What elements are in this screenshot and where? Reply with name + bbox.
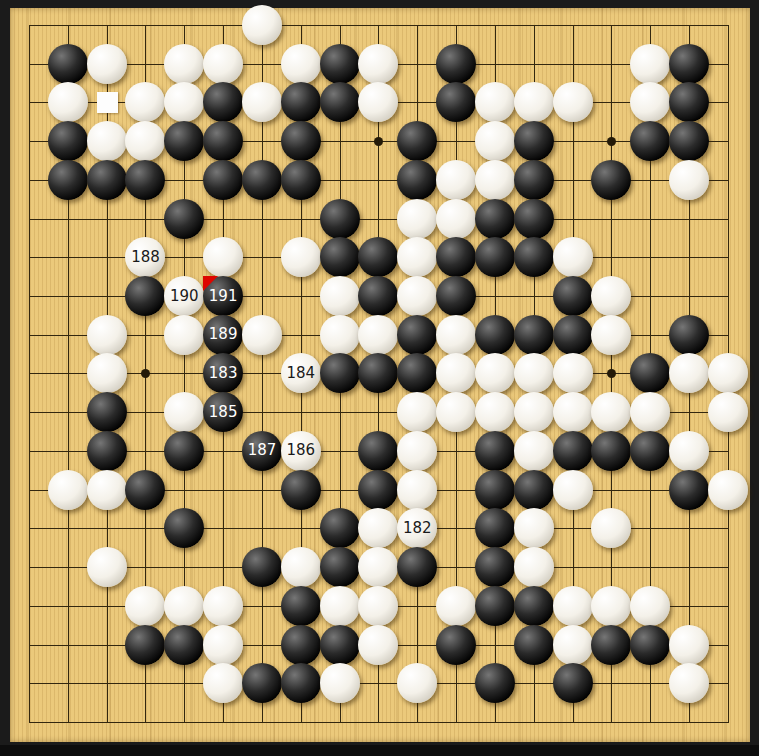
star-point xyxy=(374,137,383,146)
white-stone[interactable] xyxy=(553,392,593,432)
black-stone[interactable] xyxy=(320,237,360,277)
black-stone[interactable]: 187 xyxy=(242,431,282,471)
white-stone[interactable] xyxy=(397,199,437,239)
white-stone[interactable] xyxy=(203,586,243,626)
white-stone[interactable] xyxy=(397,392,437,432)
grid-line-horizontal xyxy=(29,683,729,684)
white-stone[interactable] xyxy=(553,470,593,510)
black-stone[interactable] xyxy=(397,315,437,355)
white-stone[interactable] xyxy=(436,392,476,432)
black-stone[interactable] xyxy=(281,663,321,703)
white-stone[interactable]: 182 xyxy=(397,508,437,548)
white-stone[interactable] xyxy=(87,547,127,587)
black-stone[interactable] xyxy=(553,663,593,703)
black-stone[interactable] xyxy=(164,431,204,471)
white-stone[interactable] xyxy=(397,431,437,471)
white-stone[interactable] xyxy=(358,547,398,587)
white-stone[interactable] xyxy=(164,315,204,355)
black-stone[interactable] xyxy=(669,82,709,122)
move-number-label: 185 xyxy=(209,405,238,420)
white-stone[interactable] xyxy=(514,431,554,471)
black-stone[interactable] xyxy=(125,470,165,510)
black-stone[interactable] xyxy=(48,44,88,84)
black-stone[interactable] xyxy=(320,508,360,548)
white-stone[interactable] xyxy=(203,625,243,665)
black-stone[interactable] xyxy=(514,160,554,200)
white-stone[interactable] xyxy=(164,44,204,84)
white-stone[interactable] xyxy=(514,547,554,587)
black-stone[interactable] xyxy=(164,199,204,239)
black-stone[interactable] xyxy=(553,431,593,471)
board-frame xyxy=(0,745,759,756)
white-stone[interactable] xyxy=(436,315,476,355)
black-stone[interactable] xyxy=(397,353,437,393)
white-stone[interactable] xyxy=(475,160,515,200)
white-stone[interactable] xyxy=(281,547,321,587)
black-stone[interactable] xyxy=(320,547,360,587)
white-stone[interactable] xyxy=(669,353,709,393)
white-stone[interactable] xyxy=(436,353,476,393)
black-stone[interactable] xyxy=(436,276,476,316)
white-stone[interactable] xyxy=(475,82,515,122)
black-stone[interactable] xyxy=(591,625,631,665)
black-stone[interactable] xyxy=(48,121,88,161)
black-stone[interactable] xyxy=(397,547,437,587)
white-stone[interactable] xyxy=(203,44,243,84)
black-stone[interactable] xyxy=(514,199,554,239)
white-stone[interactable] xyxy=(397,663,437,703)
black-stone[interactable]: 189 xyxy=(203,315,243,355)
white-stone[interactable] xyxy=(125,82,165,122)
star-point xyxy=(141,369,150,378)
white-stone[interactable] xyxy=(87,470,127,510)
move-number-label: 183 xyxy=(209,366,238,381)
white-stone[interactable] xyxy=(591,315,631,355)
black-stone[interactable] xyxy=(514,237,554,277)
black-stone[interactable] xyxy=(320,625,360,665)
black-stone[interactable] xyxy=(125,160,165,200)
black-stone[interactable] xyxy=(514,315,554,355)
move-number-label: 182 xyxy=(403,521,432,536)
go-board[interactable]: 188190191189183184185187186182 xyxy=(10,8,750,742)
black-stone[interactable] xyxy=(358,276,398,316)
black-stone[interactable] xyxy=(242,663,282,703)
black-stone[interactable] xyxy=(475,470,515,510)
black-stone[interactable] xyxy=(630,121,670,161)
white-stone[interactable] xyxy=(320,276,360,316)
white-stone[interactable] xyxy=(669,625,709,665)
black-stone[interactable] xyxy=(281,625,321,665)
black-stone[interactable] xyxy=(630,353,670,393)
black-stone[interactable] xyxy=(475,586,515,626)
white-stone[interactable] xyxy=(48,82,88,122)
white-stone[interactable] xyxy=(87,121,127,161)
white-stone[interactable] xyxy=(553,353,593,393)
white-stone[interactable] xyxy=(630,586,670,626)
white-stone[interactable] xyxy=(630,82,670,122)
black-stone[interactable] xyxy=(553,276,593,316)
white-stone[interactable] xyxy=(591,276,631,316)
white-stone[interactable] xyxy=(591,508,631,548)
black-stone[interactable] xyxy=(320,353,360,393)
black-stone[interactable] xyxy=(591,160,631,200)
black-stone[interactable] xyxy=(320,44,360,84)
white-stone[interactable] xyxy=(669,431,709,471)
black-stone[interactable] xyxy=(87,431,127,471)
black-stone[interactable] xyxy=(514,625,554,665)
white-stone[interactable] xyxy=(708,392,748,432)
white-stone[interactable]: 184 xyxy=(281,353,321,393)
white-stone[interactable]: 186 xyxy=(281,431,321,471)
white-square-marker xyxy=(97,92,118,113)
white-stone[interactable] xyxy=(242,315,282,355)
black-stone[interactable] xyxy=(475,315,515,355)
white-stone[interactable] xyxy=(281,44,321,84)
white-stone[interactable] xyxy=(514,82,554,122)
white-stone[interactable] xyxy=(358,508,398,548)
white-stone[interactable] xyxy=(553,625,593,665)
black-stone[interactable] xyxy=(164,508,204,548)
white-stone[interactable] xyxy=(669,160,709,200)
white-stone[interactable] xyxy=(475,353,515,393)
white-stone[interactable] xyxy=(164,586,204,626)
black-stone[interactable] xyxy=(242,547,282,587)
black-stone[interactable] xyxy=(48,160,88,200)
black-stone[interactable] xyxy=(164,625,204,665)
black-stone[interactable] xyxy=(358,470,398,510)
black-stone[interactable] xyxy=(203,121,243,161)
white-stone[interactable] xyxy=(514,353,554,393)
black-stone[interactable] xyxy=(358,431,398,471)
white-stone[interactable] xyxy=(242,5,282,45)
black-stone[interactable] xyxy=(514,121,554,161)
black-stone[interactable] xyxy=(514,470,554,510)
black-stone[interactable] xyxy=(669,121,709,161)
white-stone[interactable] xyxy=(436,160,476,200)
white-stone[interactable] xyxy=(397,276,437,316)
black-stone[interactable] xyxy=(475,431,515,471)
black-stone[interactable] xyxy=(320,199,360,239)
white-stone[interactable] xyxy=(87,44,127,84)
white-stone[interactable] xyxy=(358,44,398,84)
move-number-label: 188 xyxy=(131,250,160,265)
black-stone[interactable] xyxy=(281,82,321,122)
white-stone[interactable] xyxy=(591,586,631,626)
white-stone[interactable] xyxy=(514,392,554,432)
black-stone[interactable] xyxy=(591,431,631,471)
black-stone[interactable] xyxy=(358,353,398,393)
black-stone[interactable] xyxy=(553,315,593,355)
black-stone[interactable]: 185 xyxy=(203,392,243,432)
move-number-label: 187 xyxy=(248,443,277,458)
white-stone[interactable] xyxy=(320,663,360,703)
white-stone[interactable] xyxy=(358,625,398,665)
black-stone[interactable] xyxy=(281,586,321,626)
white-stone[interactable] xyxy=(553,586,593,626)
black-stone[interactable] xyxy=(164,121,204,161)
black-stone[interactable] xyxy=(475,237,515,277)
white-stone[interactable] xyxy=(475,392,515,432)
white-stone[interactable] xyxy=(630,392,670,432)
white-stone[interactable] xyxy=(436,586,476,626)
black-stone[interactable] xyxy=(669,315,709,355)
black-stone[interactable]: 183 xyxy=(203,353,243,393)
white-stone[interactable] xyxy=(397,470,437,510)
black-stone[interactable] xyxy=(669,470,709,510)
go-app-window: 188190191189183184185187186182 xyxy=(0,0,759,756)
white-stone[interactable] xyxy=(320,586,360,626)
white-stone[interactable] xyxy=(708,353,748,393)
black-stone[interactable] xyxy=(397,121,437,161)
black-stone[interactable] xyxy=(281,470,321,510)
white-stone[interactable] xyxy=(553,237,593,277)
black-stone[interactable] xyxy=(514,586,554,626)
black-stone[interactable] xyxy=(397,160,437,200)
white-stone[interactable] xyxy=(320,315,360,355)
black-stone[interactable] xyxy=(436,625,476,665)
move-number-label: 186 xyxy=(286,443,315,458)
black-stone[interactable] xyxy=(436,237,476,277)
white-stone[interactable]: 190 xyxy=(164,276,204,316)
black-stone[interactable] xyxy=(203,160,243,200)
black-stone[interactable] xyxy=(475,199,515,239)
black-stone[interactable] xyxy=(87,160,127,200)
black-stone[interactable] xyxy=(669,44,709,84)
white-stone[interactable] xyxy=(48,470,88,510)
black-stone[interactable] xyxy=(475,547,515,587)
white-stone[interactable] xyxy=(125,586,165,626)
white-stone[interactable] xyxy=(164,392,204,432)
white-stone[interactable] xyxy=(164,82,204,122)
white-stone[interactable] xyxy=(591,392,631,432)
white-stone[interactable] xyxy=(87,315,127,355)
white-stone[interactable] xyxy=(358,586,398,626)
black-stone[interactable] xyxy=(125,276,165,316)
black-stone[interactable] xyxy=(242,160,282,200)
white-stone[interactable] xyxy=(358,315,398,355)
white-stone[interactable] xyxy=(669,663,709,703)
black-stone[interactable] xyxy=(630,431,670,471)
white-stone[interactable] xyxy=(358,82,398,122)
star-point xyxy=(607,369,616,378)
white-stone[interactable] xyxy=(125,121,165,161)
black-stone[interactable] xyxy=(630,625,670,665)
white-stone[interactable] xyxy=(553,82,593,122)
black-stone[interactable] xyxy=(436,44,476,84)
white-stone[interactable] xyxy=(630,44,670,84)
black-stone[interactable] xyxy=(436,82,476,122)
last-move-red-triangle-marker xyxy=(203,276,218,291)
white-stone[interactable] xyxy=(708,470,748,510)
black-stone[interactable] xyxy=(203,82,243,122)
grid-line-horizontal xyxy=(29,722,729,723)
black-stone[interactable] xyxy=(281,160,321,200)
white-stone[interactable] xyxy=(203,663,243,703)
black-stone[interactable] xyxy=(475,508,515,548)
black-stone[interactable] xyxy=(320,82,360,122)
white-stone[interactable] xyxy=(203,237,243,277)
white-stone[interactable] xyxy=(397,237,437,277)
black-stone[interactable] xyxy=(281,121,321,161)
black-stone[interactable] xyxy=(358,237,398,277)
white-stone[interactable] xyxy=(475,121,515,161)
move-number-label: 190 xyxy=(170,289,199,304)
black-stone[interactable] xyxy=(87,392,127,432)
white-stone[interactable] xyxy=(281,237,321,277)
black-stone[interactable] xyxy=(475,663,515,703)
white-stone[interactable] xyxy=(436,199,476,239)
white-stone[interactable]: 188 xyxy=(125,237,165,277)
star-point xyxy=(607,137,616,146)
move-number-label: 184 xyxy=(286,366,315,381)
move-number-label: 189 xyxy=(209,327,238,342)
white-stone[interactable] xyxy=(87,353,127,393)
black-stone[interactable] xyxy=(125,625,165,665)
white-stone[interactable] xyxy=(242,82,282,122)
white-stone[interactable] xyxy=(514,508,554,548)
